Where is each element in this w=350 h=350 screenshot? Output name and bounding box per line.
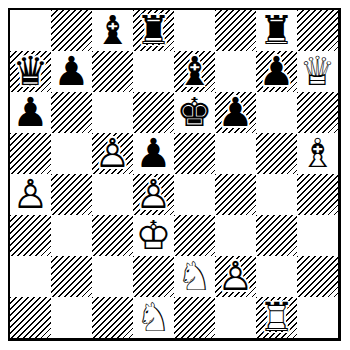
piece-black-pawn: ♟♟ — [215, 92, 256, 133]
square-f3[interactable] — [215, 215, 256, 256]
square-d2[interactable] — [133, 256, 174, 297]
chess-board: ♝♝♜♜♜♜♛♛♟♟♝♝♟♟♛♕♟♟♚♚♟♟♟♙♟♟♝♗♟♙♟♙♚♔♞♘♟♙♞♘… — [8, 8, 341, 341]
square-f2[interactable]: ♟♙ — [215, 256, 256, 297]
square-h4[interactable] — [297, 174, 338, 215]
white-pawn-glyph: ♙ — [133, 174, 174, 215]
square-d3[interactable]: ♚♔ — [133, 215, 174, 256]
square-g6[interactable] — [256, 92, 297, 133]
piece-black-rook: ♜♜ — [133, 10, 174, 51]
white-queen-glyph: ♕ — [297, 51, 338, 92]
piece-black-pawn: ♟♟ — [256, 51, 297, 92]
black-queen-glyph: ♛ — [10, 51, 51, 92]
black-bishop-glyph: ♝ — [174, 51, 215, 92]
square-b7[interactable]: ♟♟ — [51, 51, 92, 92]
piece-white-pawn: ♟♙ — [10, 174, 51, 215]
black-pawn-glyph: ♟ — [215, 92, 256, 133]
chess-diagram: ♝♝♜♜♜♜♛♛♟♟♝♝♟♟♛♕♟♟♚♚♟♟♟♙♟♟♝♗♟♙♟♙♚♔♞♘♟♙♞♘… — [0, 0, 350, 350]
square-h2[interactable] — [297, 256, 338, 297]
piece-black-pawn: ♟♟ — [51, 51, 92, 92]
piece-black-rook: ♜♜ — [256, 10, 297, 51]
square-g5[interactable] — [256, 133, 297, 174]
square-c4[interactable] — [92, 174, 133, 215]
square-e2[interactable]: ♞♘ — [174, 256, 215, 297]
square-b4[interactable] — [51, 174, 92, 215]
piece-white-knight: ♞♘ — [174, 256, 215, 297]
square-c5[interactable]: ♟♙ — [92, 133, 133, 174]
square-b8[interactable] — [51, 10, 92, 51]
black-rook-glyph: ♜ — [256, 10, 297, 51]
square-b1[interactable] — [51, 297, 92, 338]
piece-white-pawn: ♟♙ — [215, 256, 256, 297]
black-pawn-glyph: ♟ — [133, 133, 174, 174]
square-a7[interactable]: ♛♛ — [10, 51, 51, 92]
square-h3[interactable] — [297, 215, 338, 256]
piece-black-pawn: ♟♟ — [133, 133, 174, 174]
piece-white-pawn: ♟♙ — [92, 133, 133, 174]
white-king-glyph: ♔ — [133, 215, 174, 256]
white-bishop-glyph: ♗ — [297, 133, 338, 174]
black-pawn-glyph: ♟ — [10, 92, 51, 133]
square-c7[interactable] — [92, 51, 133, 92]
square-e5[interactable] — [174, 133, 215, 174]
square-a2[interactable] — [10, 256, 51, 297]
square-e6[interactable]: ♚♚ — [174, 92, 215, 133]
white-rook-glyph: ♖ — [256, 297, 297, 338]
white-pawn-glyph: ♙ — [215, 256, 256, 297]
square-h1[interactable] — [297, 297, 338, 338]
square-f4[interactable] — [215, 174, 256, 215]
square-g4[interactable] — [256, 174, 297, 215]
square-c3[interactable] — [92, 215, 133, 256]
piece-white-knight: ♞♘ — [133, 297, 174, 338]
black-pawn-glyph: ♟ — [256, 51, 297, 92]
square-f6[interactable]: ♟♟ — [215, 92, 256, 133]
piece-black-king: ♚♚ — [174, 92, 215, 133]
square-a6[interactable]: ♟♟ — [10, 92, 51, 133]
piece-white-bishop: ♝♗ — [297, 133, 338, 174]
piece-black-queen: ♛♛ — [10, 51, 51, 92]
square-d5[interactable]: ♟♟ — [133, 133, 174, 174]
square-f7[interactable] — [215, 51, 256, 92]
square-g7[interactable]: ♟♟ — [256, 51, 297, 92]
square-c6[interactable] — [92, 92, 133, 133]
white-pawn-glyph: ♙ — [10, 174, 51, 215]
white-knight-glyph: ♘ — [133, 297, 174, 338]
square-d8[interactable]: ♜♜ — [133, 10, 174, 51]
piece-white-rook: ♜♖ — [256, 297, 297, 338]
square-h5[interactable]: ♝♗ — [297, 133, 338, 174]
square-g2[interactable] — [256, 256, 297, 297]
square-c8[interactable]: ♝♝ — [92, 10, 133, 51]
square-g3[interactable] — [256, 215, 297, 256]
square-b2[interactable] — [51, 256, 92, 297]
square-e7[interactable]: ♝♝ — [174, 51, 215, 92]
square-g8[interactable]: ♜♜ — [256, 10, 297, 51]
black-rook-glyph: ♜ — [133, 10, 174, 51]
square-a4[interactable]: ♟♙ — [10, 174, 51, 215]
square-a8[interactable] — [10, 10, 51, 51]
square-a5[interactable] — [10, 133, 51, 174]
square-d7[interactable] — [133, 51, 174, 92]
square-b5[interactable] — [51, 133, 92, 174]
square-h6[interactable] — [297, 92, 338, 133]
white-knight-glyph: ♘ — [174, 256, 215, 297]
piece-black-bishop: ♝♝ — [174, 51, 215, 92]
square-d6[interactable] — [133, 92, 174, 133]
square-a1[interactable] — [10, 297, 51, 338]
square-e3[interactable] — [174, 215, 215, 256]
square-c2[interactable] — [92, 256, 133, 297]
square-f8[interactable] — [215, 10, 256, 51]
square-h7[interactable]: ♛♕ — [297, 51, 338, 92]
black-bishop-glyph: ♝ — [92, 10, 133, 51]
square-f1[interactable] — [215, 297, 256, 338]
piece-black-pawn: ♟♟ — [10, 92, 51, 133]
piece-white-pawn: ♟♙ — [133, 174, 174, 215]
square-e8[interactable] — [174, 10, 215, 51]
square-d4[interactable]: ♟♙ — [133, 174, 174, 215]
square-c1[interactable] — [92, 297, 133, 338]
square-g1[interactable]: ♜♖ — [256, 297, 297, 338]
black-king-glyph: ♚ — [174, 92, 215, 133]
square-b3[interactable] — [51, 215, 92, 256]
square-e4[interactable] — [174, 174, 215, 215]
square-d1[interactable]: ♞♘ — [133, 297, 174, 338]
piece-black-bishop: ♝♝ — [92, 10, 133, 51]
black-pawn-glyph: ♟ — [51, 51, 92, 92]
square-a3[interactable] — [10, 215, 51, 256]
square-h8[interactable] — [297, 10, 338, 51]
square-b6[interactable] — [51, 92, 92, 133]
square-e1[interactable] — [174, 297, 215, 338]
square-f5[interactable] — [215, 133, 256, 174]
piece-white-king: ♚♔ — [133, 215, 174, 256]
white-pawn-glyph: ♙ — [92, 133, 133, 174]
piece-white-queen: ♛♕ — [297, 51, 338, 92]
